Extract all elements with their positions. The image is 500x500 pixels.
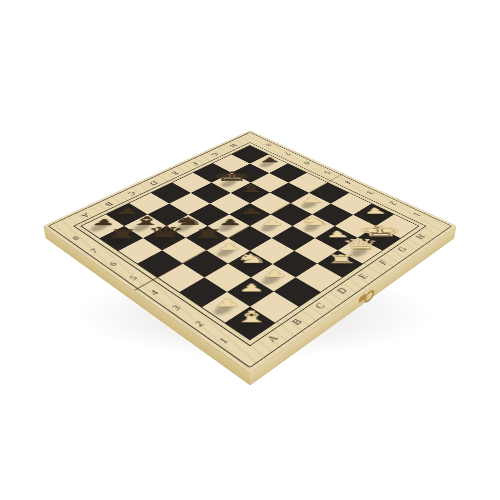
black-pawn-glyph: ♟ [259, 157, 281, 164]
clasp [359, 286, 375, 306]
clasp-hook-icon [364, 288, 375, 305]
white-knight-glyph: ♞ [298, 216, 331, 227]
scene: ABCDEFGH ABCDEFGH 87654321 87654321 ♟♟♜♝… [104, 80, 396, 372]
product-photo: ABCDEFGH ABCDEFGH 87654321 87654321 ♟♟♜♝… [0, 0, 500, 500]
black-pawn-glyph: ♟ [239, 207, 264, 215]
white-pawn-glyph: ♟ [362, 207, 388, 215]
white-pawn-glyph: ♟ [260, 218, 285, 227]
black-pawn-glyph: ♟ [218, 218, 243, 227]
white-pawn-glyph: ♟ [300, 196, 325, 204]
black-pawn-glyph: ♟ [90, 218, 117, 227]
chess-board: ABCDEFGH ABCDEFGH 87654321 87654321 ♟♟♜♝… [44, 130, 457, 371]
black-king-glyph: ♚ [211, 170, 252, 183]
black-bishop-glyph: ♝ [235, 183, 267, 193]
